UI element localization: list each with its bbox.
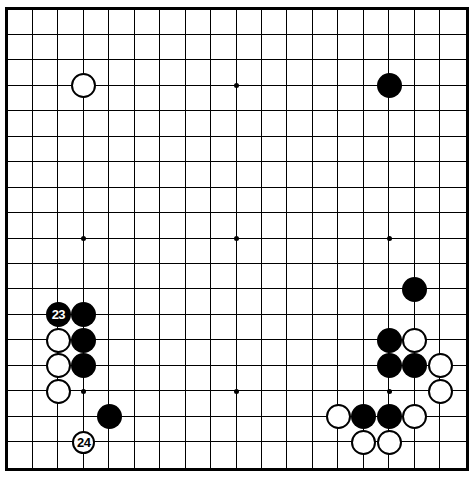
move-number-label: 24 <box>77 436 90 449</box>
white-stone <box>46 379 71 404</box>
move-23-black-stone: 23 <box>46 302 71 327</box>
black-stone <box>71 302 96 327</box>
black-stone <box>377 73 402 98</box>
white-stone <box>71 73 96 98</box>
stones-layer: 2324 <box>8 10 466 468</box>
black-stone <box>402 277 427 302</box>
white-stone <box>351 430 376 455</box>
white-stone <box>428 353 453 378</box>
move-number-label: 23 <box>52 308 65 321</box>
black-stone <box>97 404 122 429</box>
black-stone <box>351 404 376 429</box>
black-stone <box>71 328 96 353</box>
move-24-white-stone: 24 <box>72 431 95 454</box>
white-stone <box>46 353 71 378</box>
go-board-diagram: 2324 <box>0 0 476 478</box>
go-board: 2324 <box>5 7 469 471</box>
black-stone <box>377 353 402 378</box>
white-stone <box>402 328 427 353</box>
white-stone <box>46 328 71 353</box>
black-stone <box>71 353 96 378</box>
white-stone <box>428 379 453 404</box>
white-stone <box>326 404 351 429</box>
black-stone <box>377 404 402 429</box>
black-stone <box>402 353 427 378</box>
white-stone <box>402 404 427 429</box>
white-stone <box>377 430 402 455</box>
black-stone <box>377 328 402 353</box>
